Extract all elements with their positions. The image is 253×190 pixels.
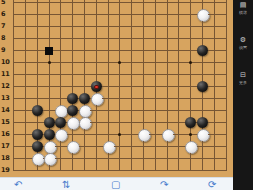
- board-intersection[interactable]: [43, 81, 55, 93]
- board-intersection[interactable]: [220, 21, 232, 33]
- board-intersection[interactable]: [79, 141, 91, 153]
- board-intersection[interactable]: [149, 93, 161, 105]
- board-intersection[interactable]: [149, 165, 161, 177]
- board-intersection[interactable]: [90, 129, 102, 141]
- board-intersection[interactable]: [79, 57, 91, 69]
- board-intersection[interactable]: [102, 9, 114, 21]
- board-intersection[interactable]: [208, 57, 220, 69]
- bottom-toolbar: ↶ ⇅ ▢ ↷ ⟳: [0, 177, 233, 190]
- board-intersection[interactable]: [67, 57, 79, 69]
- board-intersection[interactable]: [55, 9, 67, 21]
- black-stone: [91, 81, 102, 92]
- board-intersection[interactable]: [149, 153, 161, 165]
- board-intersection[interactable]: [220, 0, 232, 9]
- board-intersection[interactable]: [126, 93, 138, 105]
- board-intersection[interactable]: [67, 69, 79, 81]
- board-intersection[interactable]: [43, 33, 55, 45]
- board-intersection[interactable]: [208, 117, 220, 129]
- board-intersection[interactable]: [197, 9, 209, 21]
- board-intersection[interactable]: [20, 129, 32, 141]
- refresh-icon[interactable]: ⟳: [208, 179, 216, 190]
- board-intersection[interactable]: [31, 141, 43, 153]
- board-intersection[interactable]: [208, 153, 220, 165]
- board-intersection[interactable]: [149, 117, 161, 129]
- board-intersection[interactable]: [79, 69, 91, 81]
- board-intersection[interactable]: [197, 93, 209, 105]
- board-intersection[interactable]: [185, 93, 197, 105]
- board-intersection[interactable]: [185, 81, 197, 93]
- board-intersection[interactable]: [126, 0, 138, 9]
- board-intersection[interactable]: [161, 0, 173, 9]
- board-intersection[interactable]: [67, 45, 79, 57]
- board-intersection[interactable]: [90, 33, 102, 45]
- board-intersection[interactable]: [220, 81, 232, 93]
- board-intersection[interactable]: [173, 153, 185, 165]
- board-intersection[interactable]: [173, 165, 185, 177]
- board-intersection[interactable]: [55, 21, 67, 33]
- board-intersection[interactable]: [114, 33, 126, 45]
- board-intersection[interactable]: [20, 9, 32, 21]
- board-intersection[interactable]: [90, 141, 102, 153]
- board-intersection[interactable]: [220, 153, 232, 165]
- board-intersection[interactable]: [79, 93, 91, 105]
- board-intersection[interactable]: [173, 9, 185, 21]
- board-intersection[interactable]: [20, 69, 32, 81]
- row-label: 5: [1, 0, 11, 6]
- board-intersection[interactable]: [208, 45, 220, 57]
- board-intersection[interactable]: [114, 21, 126, 33]
- board-intersection[interactable]: [126, 153, 138, 165]
- board-intersection[interactable]: [31, 165, 43, 177]
- board-intersection[interactable]: [149, 9, 161, 21]
- board-intersection[interactable]: [55, 129, 67, 141]
- board-intersection[interactable]: [185, 57, 197, 69]
- board-intersection[interactable]: [208, 165, 220, 177]
- board-intersection[interactable]: [138, 117, 150, 129]
- board-intersection[interactable]: [161, 117, 173, 129]
- board-intersection[interactable]: [79, 117, 91, 129]
- board-intersection[interactable]: [90, 165, 102, 177]
- sidebar-item-label: 设置: [234, 45, 252, 50]
- board-intersection[interactable]: [220, 69, 232, 81]
- row-label: 8: [1, 35, 11, 42]
- board-intersection[interactable]: [208, 0, 220, 9]
- black-stone: [79, 93, 90, 104]
- board-intersection[interactable]: [20, 153, 32, 165]
- board-intersection[interactable]: [208, 93, 220, 105]
- board-intersection[interactable]: [31, 129, 43, 141]
- board-intersection[interactable]: [208, 141, 220, 153]
- board-intersection[interactable]: [197, 153, 209, 165]
- board-intersection[interactable]: [220, 9, 232, 21]
- board-intersection[interactable]: [138, 105, 150, 117]
- board-intersection[interactable]: [43, 165, 55, 177]
- row-label: 7: [1, 23, 11, 30]
- board-intersection[interactable]: [185, 141, 197, 153]
- board-intersection[interactable]: [126, 165, 138, 177]
- board-intersection[interactable]: [79, 165, 91, 177]
- board-intersection[interactable]: [126, 129, 138, 141]
- board-intersection[interactable]: [197, 69, 209, 81]
- board-intersection[interactable]: [114, 0, 126, 9]
- board-intersection[interactable]: [114, 165, 126, 177]
- board-intersection[interactable]: [161, 105, 173, 117]
- board-intersection[interactable]: [43, 45, 55, 57]
- board-intersection[interactable]: [173, 69, 185, 81]
- star-point: [48, 61, 51, 64]
- board-intersection[interactable]: [79, 153, 91, 165]
- board-intersection[interactable]: [43, 57, 55, 69]
- board-intersection[interactable]: [79, 0, 91, 9]
- board-intersection[interactable]: [102, 129, 114, 141]
- board-intersection[interactable]: [31, 45, 43, 57]
- board-intersection[interactable]: [55, 57, 67, 69]
- board-intersection[interactable]: [20, 93, 32, 105]
- sidebar-item-settings[interactable]: ⚙ 设置: [233, 36, 253, 50]
- board-intersection[interactable]: [138, 21, 150, 33]
- board-intersection[interactable]: [138, 129, 150, 141]
- board-intersection[interactable]: [185, 153, 197, 165]
- board-intersection[interactable]: [161, 141, 173, 153]
- board-intersection[interactable]: [67, 21, 79, 33]
- sidebar-item-more[interactable]: ⊟ 更多: [233, 71, 253, 85]
- board-intersection[interactable]: [67, 9, 79, 21]
- board-intersection[interactable]: [185, 0, 197, 9]
- board-intersection[interactable]: [90, 0, 102, 9]
- sidebar-item-kifu[interactable]: ▤ 棋谱: [233, 1, 253, 15]
- board-intersection[interactable]: [102, 33, 114, 45]
- board-intersection[interactable]: [79, 105, 91, 117]
- board-intersection[interactable]: [20, 165, 32, 177]
- board-intersection[interactable]: [90, 57, 102, 69]
- board-intersection[interactable]: [114, 105, 126, 117]
- board-intersection[interactable]: [173, 141, 185, 153]
- board-intersection[interactable]: [161, 69, 173, 81]
- board-intersection[interactable]: [114, 69, 126, 81]
- board-intersection[interactable]: [55, 141, 67, 153]
- board-intersection[interactable]: [208, 81, 220, 93]
- board-intersection[interactable]: [185, 165, 197, 177]
- board-intersection[interactable]: [185, 117, 197, 129]
- board-intersection[interactable]: [208, 69, 220, 81]
- board-intersection[interactable]: [220, 129, 232, 141]
- board-intersection[interactable]: [161, 129, 173, 141]
- board-intersection[interactable]: [20, 105, 32, 117]
- board-intersection[interactable]: [114, 141, 126, 153]
- board-intersection[interactable]: [138, 9, 150, 21]
- board-intersection[interactable]: [126, 45, 138, 57]
- board-intersection[interactable]: [185, 45, 197, 57]
- board-intersection[interactable]: [90, 45, 102, 57]
- board-intersection[interactable]: [138, 153, 150, 165]
- board-intersection[interactable]: [138, 69, 150, 81]
- board-intersection[interactable]: [173, 21, 185, 33]
- black-stone: [67, 93, 78, 104]
- right-sidebar: ▤ 棋谱 ⚙ 设置 ⊟ 更多: [233, 0, 253, 190]
- board-intersection[interactable]: [138, 45, 150, 57]
- board-intersection[interactable]: [173, 57, 185, 69]
- board-intersection[interactable]: [90, 21, 102, 33]
- board-intersection[interactable]: [138, 165, 150, 177]
- board-intersection[interactable]: [31, 9, 43, 21]
- board-intersection[interactable]: [161, 21, 173, 33]
- board-intersection[interactable]: [55, 153, 67, 165]
- board-intersection[interactable]: [173, 117, 185, 129]
- board-intersection[interactable]: [220, 93, 232, 105]
- board-intersection[interactable]: [43, 9, 55, 21]
- board-intersection[interactable]: [220, 57, 232, 69]
- board-intersection[interactable]: [102, 105, 114, 117]
- board-intersection[interactable]: [208, 9, 220, 21]
- black-stone: [197, 117, 208, 128]
- board-intersection[interactable]: [79, 45, 91, 57]
- board-intersection[interactable]: [197, 129, 209, 141]
- board-intersection[interactable]: [31, 117, 43, 129]
- board-intersection[interactable]: [67, 93, 79, 105]
- board-intersection[interactable]: [220, 165, 232, 177]
- board-intersection[interactable]: [208, 129, 220, 141]
- board-intersection[interactable]: [149, 0, 161, 9]
- board-intersection[interactable]: [173, 93, 185, 105]
- black-stone: [67, 105, 78, 116]
- board-intersection[interactable]: [220, 45, 232, 57]
- board-intersection[interactable]: [161, 57, 173, 69]
- board-intersection[interactable]: [126, 105, 138, 117]
- board-intersection[interactable]: [55, 165, 67, 177]
- board-intersection[interactable]: [79, 81, 91, 93]
- board-intersection[interactable]: [67, 165, 79, 177]
- board-intersection[interactable]: [173, 81, 185, 93]
- board-intersection[interactable]: [90, 105, 102, 117]
- board-intersection[interactable]: [173, 129, 185, 141]
- board-intersection[interactable]: [31, 93, 43, 105]
- board-intersection[interactable]: [20, 57, 32, 69]
- last-move-marker: [94, 85, 98, 89]
- board-intersection[interactable]: [149, 45, 161, 57]
- board-intersection[interactable]: [31, 153, 43, 165]
- board-intersection[interactable]: [20, 117, 32, 129]
- board-intersection[interactable]: [43, 0, 55, 9]
- board-intersection[interactable]: [185, 9, 197, 21]
- black-stone: [44, 129, 55, 140]
- board-intersection[interactable]: [90, 93, 102, 105]
- board-intersection[interactable]: [20, 81, 32, 93]
- board-intersection[interactable]: [138, 141, 150, 153]
- board-intersection[interactable]: [102, 153, 114, 165]
- board-intersection[interactable]: [138, 93, 150, 105]
- board-intersection[interactable]: [114, 117, 126, 129]
- board-intersection[interactable]: [114, 9, 126, 21]
- board-intersection[interactable]: [90, 117, 102, 129]
- board-intersection[interactable]: [197, 81, 209, 93]
- board-intersection[interactable]: [149, 105, 161, 117]
- board-intersection[interactable]: [126, 21, 138, 33]
- board-intersection[interactable]: [208, 33, 220, 45]
- board-intersection[interactable]: [43, 153, 55, 165]
- board-intersection[interactable]: [20, 0, 32, 9]
- board-intersection[interactable]: [43, 21, 55, 33]
- board-intersection[interactable]: [138, 0, 150, 9]
- board-intersection[interactable]: [67, 129, 79, 141]
- board-intersection[interactable]: [161, 9, 173, 21]
- board-intersection[interactable]: [79, 33, 91, 45]
- board-intersection[interactable]: [20, 45, 32, 57]
- board-intersection[interactable]: [79, 9, 91, 21]
- board-intersection[interactable]: [161, 165, 173, 177]
- board-intersection[interactable]: [67, 81, 79, 93]
- board-intersection[interactable]: [79, 129, 91, 141]
- redo-icon[interactable]: ↷: [160, 179, 168, 190]
- board-intersection[interactable]: [102, 117, 114, 129]
- board-intersection[interactable]: [208, 105, 220, 117]
- board-intersection[interactable]: [67, 0, 79, 9]
- board-intersection[interactable]: [126, 69, 138, 81]
- board-intersection[interactable]: [197, 117, 209, 129]
- board-intersection[interactable]: [31, 33, 43, 45]
- board-intersection[interactable]: [197, 57, 209, 69]
- board-intersection[interactable]: [173, 33, 185, 45]
- sidebar-item-label: 更多: [234, 80, 252, 85]
- board-intersection[interactable]: [126, 141, 138, 153]
- board-intersection[interactable]: [20, 21, 32, 33]
- board-intersection[interactable]: [31, 81, 43, 93]
- board-intersection[interactable]: [197, 45, 209, 57]
- board-intersection[interactable]: [114, 153, 126, 165]
- board-intersection[interactable]: [138, 81, 150, 93]
- row-label: 6: [1, 11, 11, 18]
- board-intersection[interactable]: [149, 21, 161, 33]
- board-intersection[interactable]: [102, 141, 114, 153]
- board-intersection[interactable]: [90, 69, 102, 81]
- board-intersection[interactable]: [90, 9, 102, 21]
- board-intersection[interactable]: [197, 21, 209, 33]
- pass-icon[interactable]: ⇅: [62, 179, 70, 190]
- board-intersection[interactable]: [67, 33, 79, 45]
- sidebar-item-label: 棋谱: [234, 10, 252, 15]
- board-intersection[interactable]: [220, 117, 232, 129]
- board-intersection[interactable]: [197, 165, 209, 177]
- board-intersection[interactable]: [114, 45, 126, 57]
- board-intersection[interactable]: [67, 117, 79, 129]
- board-intersection[interactable]: [138, 33, 150, 45]
- board-intersection[interactable]: [55, 93, 67, 105]
- board-intersection[interactable]: [149, 141, 161, 153]
- board-intersection[interactable]: [173, 45, 185, 57]
- board-icon[interactable]: ▢: [111, 179, 120, 190]
- board-intersection[interactable]: [20, 33, 32, 45]
- board-intersection[interactable]: [55, 0, 67, 9]
- board-intersection[interactable]: [90, 153, 102, 165]
- board-intersection[interactable]: [185, 105, 197, 117]
- board-intersection[interactable]: [79, 21, 91, 33]
- board-intersection[interactable]: [55, 45, 67, 57]
- board-intersection[interactable]: [43, 141, 55, 153]
- board-intersection[interactable]: [149, 57, 161, 69]
- board-intersection[interactable]: [220, 33, 232, 45]
- board-intersection[interactable]: [161, 153, 173, 165]
- board-intersection[interactable]: [31, 0, 43, 9]
- board-intersection[interactable]: [114, 93, 126, 105]
- board-intersection[interactable]: [185, 69, 197, 81]
- board-intersection[interactable]: [208, 21, 220, 33]
- board-intersection[interactable]: [126, 9, 138, 21]
- board-intersection[interactable]: [102, 165, 114, 177]
- board-intersection[interactable]: [185, 21, 197, 33]
- board-intersection[interactable]: [43, 117, 55, 129]
- board-intersection[interactable]: [197, 0, 209, 9]
- board-intersection[interactable]: [161, 45, 173, 57]
- board-intersection[interactable]: [31, 105, 43, 117]
- board-intersection[interactable]: [161, 81, 173, 93]
- board-intersection[interactable]: [126, 33, 138, 45]
- board-intersection[interactable]: [185, 129, 197, 141]
- board-intersection[interactable]: [55, 81, 67, 93]
- board-intersection[interactable]: [102, 21, 114, 33]
- board-intersection[interactable]: [197, 33, 209, 45]
- board-intersection[interactable]: [126, 117, 138, 129]
- board-intersection[interactable]: [90, 81, 102, 93]
- board-intersection[interactable]: [55, 69, 67, 81]
- board-intersection[interactable]: [67, 105, 79, 117]
- board-intersection[interactable]: [149, 33, 161, 45]
- row-label: 17: [1, 143, 11, 150]
- board-intersection[interactable]: [31, 57, 43, 69]
- board-intersection[interactable]: [102, 0, 114, 9]
- board-intersection[interactable]: [173, 105, 185, 117]
- board-intersection[interactable]: [149, 129, 161, 141]
- board-intersection[interactable]: [102, 93, 114, 105]
- board-intersection[interactable]: [31, 69, 43, 81]
- black-stone: [55, 117, 66, 128]
- board-intersection[interactable]: [43, 93, 55, 105]
- board-intersection[interactable]: [197, 105, 209, 117]
- board-intersection[interactable]: [220, 141, 232, 153]
- row-label: 14: [1, 107, 11, 114]
- board-intersection[interactable]: [67, 141, 79, 153]
- board-intersection[interactable]: [102, 57, 114, 69]
- board-intersection[interactable]: [55, 117, 67, 129]
- board-intersection[interactable]: [102, 81, 114, 93]
- board-intersection[interactable]: [55, 105, 67, 117]
- black-stone: [32, 129, 43, 140]
- board-intersection[interactable]: [102, 45, 114, 57]
- board-intersection[interactable]: [149, 69, 161, 81]
- board-intersection[interactable]: [161, 93, 173, 105]
- board-intersection[interactable]: [149, 81, 161, 93]
- undo-icon[interactable]: ↶: [14, 179, 22, 190]
- board-intersection[interactable]: [126, 81, 138, 93]
- row-label: 18: [1, 155, 11, 162]
- board-intersection[interactable]: [31, 21, 43, 33]
- board-intersection[interactable]: [67, 153, 79, 165]
- board-intersection[interactable]: [126, 57, 138, 69]
- board-intersection[interactable]: [20, 141, 32, 153]
- board-intersection[interactable]: [114, 57, 126, 69]
- board-intersection[interactable]: [43, 69, 55, 81]
- board-intersection[interactable]: [43, 105, 55, 117]
- board-intersection[interactable]: [102, 69, 114, 81]
- board-intersection[interactable]: [161, 33, 173, 45]
- board-intersection[interactable]: [43, 129, 55, 141]
- board-intersection[interactable]: [197, 141, 209, 153]
- board-intersection[interactable]: [220, 105, 232, 117]
- board-intersection[interactable]: [173, 0, 185, 9]
- board-intersection[interactable]: [114, 81, 126, 93]
- board-intersection[interactable]: [138, 57, 150, 69]
- board-intersection[interactable]: [185, 33, 197, 45]
- board-intersection[interactable]: [55, 33, 67, 45]
- board-intersection[interactable]: [114, 129, 126, 141]
